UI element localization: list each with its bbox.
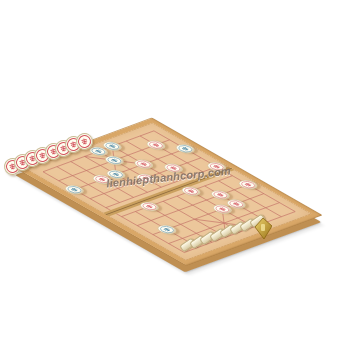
piece-ring xyxy=(65,185,84,194)
piece-ring xyxy=(181,186,200,195)
piece-red-horse[interactable] xyxy=(235,178,261,190)
piece-ring xyxy=(134,160,153,169)
piece-blue-elephant[interactable] xyxy=(101,154,127,166)
piece-red-soldier[interactable] xyxy=(136,200,162,212)
piece-red-horse[interactable] xyxy=(143,139,169,151)
piece-ring xyxy=(176,144,195,153)
piece-ring xyxy=(238,180,257,189)
brass-latch-icon[interactable] xyxy=(254,218,272,244)
piece-ring xyxy=(157,225,176,234)
piece-blue-chariot[interactable] xyxy=(154,223,180,235)
piece-blue-soldier[interactable] xyxy=(61,183,87,195)
piece-red-elephant[interactable] xyxy=(178,185,204,197)
piece-ring xyxy=(140,202,159,211)
piece-red-soldier[interactable] xyxy=(131,158,157,170)
piece-ring xyxy=(146,140,165,149)
piece-blue-soldier[interactable] xyxy=(172,143,198,155)
piece-ring xyxy=(76,133,92,149)
product-photo: lienhiepthanhcorp.com xyxy=(0,0,340,340)
piece-ring xyxy=(105,156,124,165)
piece-ring xyxy=(211,190,230,199)
